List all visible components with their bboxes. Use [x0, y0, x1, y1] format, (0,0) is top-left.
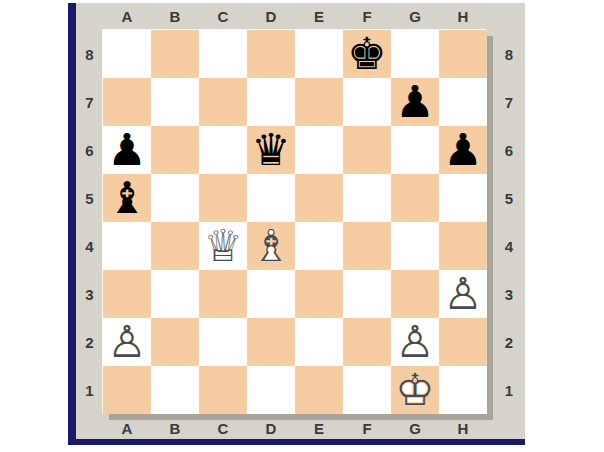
white-king-piece[interactable]: ♚♔: [391, 366, 439, 414]
square-g3[interactable]: [391, 270, 439, 318]
file-label: B: [151, 3, 199, 29]
square-b4[interactable]: [151, 222, 199, 270]
square-b8[interactable]: [151, 30, 199, 78]
square-b7[interactable]: [151, 78, 199, 126]
square-g4[interactable]: [391, 222, 439, 270]
square-g2[interactable]: ♟♙: [391, 318, 439, 366]
rank-label: 8: [493, 30, 525, 78]
file-label: A: [103, 417, 151, 439]
rank-label: 2: [493, 318, 525, 366]
rank-labels-right: 87654321: [493, 30, 525, 414]
black-pawn-piece[interactable]: ♟: [103, 126, 151, 174]
square-a7[interactable]: [103, 78, 151, 126]
square-a1[interactable]: [103, 366, 151, 414]
file-label: G: [391, 3, 439, 29]
square-d6[interactable]: ♛: [247, 126, 295, 174]
square-d1[interactable]: [247, 366, 295, 414]
white-pawn-piece[interactable]: ♟♙: [391, 318, 439, 366]
square-c5[interactable]: [199, 174, 247, 222]
rank-label: 3: [76, 270, 103, 318]
file-label: C: [199, 417, 247, 439]
square-e4[interactable]: [295, 222, 343, 270]
square-c3[interactable]: [199, 270, 247, 318]
rank-label: 1: [76, 366, 103, 414]
square-f4[interactable]: [343, 222, 391, 270]
rank-labels-left: 87654321: [76, 30, 103, 414]
rank-label: 7: [493, 78, 525, 126]
file-label: C: [199, 3, 247, 29]
file-label: F: [343, 3, 391, 29]
square-d7[interactable]: [247, 78, 295, 126]
rank-label: 7: [76, 78, 103, 126]
square-a6[interactable]: ♟: [103, 126, 151, 174]
square-e6[interactable]: [295, 126, 343, 174]
square-f1[interactable]: [343, 366, 391, 414]
black-bishop-piece[interactable]: ♝: [103, 174, 151, 222]
square-g1[interactable]: ♚♔: [391, 366, 439, 414]
square-d8[interactable]: [247, 30, 295, 78]
white-bishop-piece[interactable]: ♝♗: [247, 222, 295, 270]
square-b2[interactable]: [151, 318, 199, 366]
square-h1[interactable]: [439, 366, 487, 414]
square-b1[interactable]: [151, 366, 199, 414]
square-f3[interactable]: [343, 270, 391, 318]
black-pawn-piece[interactable]: ♟: [391, 78, 439, 126]
file-label: F: [343, 417, 391, 439]
black-queen-piece[interactable]: ♛: [247, 126, 295, 174]
file-label: B: [151, 417, 199, 439]
file-label: G: [391, 417, 439, 439]
square-g7[interactable]: ♟: [391, 78, 439, 126]
square-a5[interactable]: ♝: [103, 174, 151, 222]
rank-label: 8: [76, 30, 103, 78]
square-e8[interactable]: [295, 30, 343, 78]
chess-board: ♚♟♟♛♟♝♛♕♝♗♟♙♟♙♟♙♚♔: [103, 30, 487, 414]
square-h3[interactable]: ♟♙: [439, 270, 487, 318]
square-c2[interactable]: [199, 318, 247, 366]
square-f8[interactable]: ♚: [343, 30, 391, 78]
square-e7[interactable]: [295, 78, 343, 126]
black-king-piece[interactable]: ♚: [343, 30, 391, 78]
black-pawn-piece[interactable]: ♟: [439, 126, 487, 174]
square-a4[interactable]: [103, 222, 151, 270]
square-c8[interactable]: [199, 30, 247, 78]
square-g5[interactable]: [391, 174, 439, 222]
square-e1[interactable]: [295, 366, 343, 414]
file-label: H: [439, 417, 487, 439]
square-f5[interactable]: [343, 174, 391, 222]
square-a8[interactable]: [103, 30, 151, 78]
rank-label: 1: [493, 366, 525, 414]
rank-label: 3: [493, 270, 525, 318]
square-h6[interactable]: ♟: [439, 126, 487, 174]
square-b5[interactable]: [151, 174, 199, 222]
square-h8[interactable]: [439, 30, 487, 78]
file-label: E: [295, 417, 343, 439]
square-f2[interactable]: [343, 318, 391, 366]
rank-label: 5: [493, 174, 525, 222]
rank-label: 5: [76, 174, 103, 222]
rank-label: 4: [493, 222, 525, 270]
chess-widget: ABCDEFGH ABCDEFGH 87654321 87654321 ♚♟♟♛…: [68, 3, 525, 445]
square-e2[interactable]: [295, 318, 343, 366]
square-f7[interactable]: [343, 78, 391, 126]
white-pawn-piece[interactable]: ♟♙: [103, 318, 151, 366]
square-h2[interactable]: [439, 318, 487, 366]
white-queen-piece[interactable]: ♛♕: [199, 222, 247, 270]
square-b6[interactable]: [151, 126, 199, 174]
square-a3[interactable]: [103, 270, 151, 318]
square-e5[interactable]: [295, 174, 343, 222]
file-label: D: [247, 3, 295, 29]
square-e3[interactable]: [295, 270, 343, 318]
rank-label: 6: [76, 126, 103, 174]
file-label: H: [439, 3, 487, 29]
square-f6[interactable]: [343, 126, 391, 174]
square-c7[interactable]: [199, 78, 247, 126]
square-d4[interactable]: ♝♗: [247, 222, 295, 270]
file-labels-bottom: ABCDEFGH: [103, 417, 487, 439]
rank-label: 2: [76, 318, 103, 366]
square-g8[interactable]: [391, 30, 439, 78]
rank-label: 4: [76, 222, 103, 270]
square-h4[interactable]: [439, 222, 487, 270]
square-d5[interactable]: [247, 174, 295, 222]
square-d2[interactable]: [247, 318, 295, 366]
file-label: E: [295, 3, 343, 29]
square-d3[interactable]: [247, 270, 295, 318]
rank-label: 6: [493, 126, 525, 174]
file-label: D: [247, 417, 295, 439]
square-c4[interactable]: ♛♕: [199, 222, 247, 270]
file-label: A: [103, 3, 151, 29]
file-labels-top: ABCDEFGH: [103, 3, 487, 29]
square-c6[interactable]: [199, 126, 247, 174]
square-h7[interactable]: [439, 78, 487, 126]
square-b3[interactable]: [151, 270, 199, 318]
square-g6[interactable]: [391, 126, 439, 174]
square-h5[interactable]: [439, 174, 487, 222]
white-pawn-piece[interactable]: ♟♙: [439, 270, 487, 318]
square-c1[interactable]: [199, 366, 247, 414]
square-a2[interactable]: ♟♙: [103, 318, 151, 366]
